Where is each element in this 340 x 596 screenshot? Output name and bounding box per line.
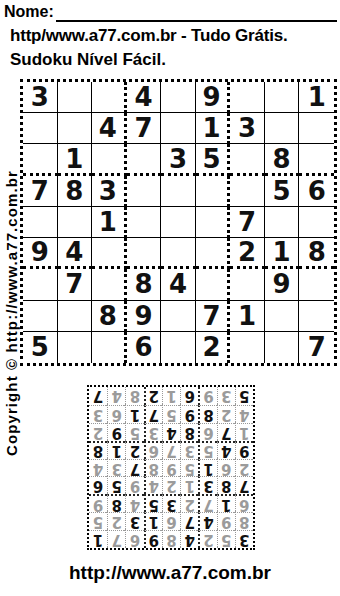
puzzle-cell-r6c1[interactable]: 9 bbox=[23, 238, 58, 269]
solution-cell-r1c2: 5 bbox=[217, 530, 235, 548]
solution-cell-r6c8: 1 bbox=[107, 441, 125, 459]
solution-cell-r8c3: 8 bbox=[198, 405, 216, 423]
footer-url: http://www.a77.com.br bbox=[0, 562, 340, 584]
puzzle-cell-r5c7[interactable]: 7 bbox=[230, 207, 265, 238]
puzzle-cell-r2c1[interactable] bbox=[23, 113, 58, 144]
puzzle-cell-r8c8[interactable] bbox=[265, 301, 300, 332]
solution-cell-r3c8: 8 bbox=[107, 494, 125, 512]
solution-cell-r7c9: 2 bbox=[89, 423, 107, 441]
solution-cell-r8c1: 4 bbox=[235, 405, 253, 423]
puzzle-cell-r8c4[interactable]: 9 bbox=[127, 301, 162, 332]
puzzle-cell-r4c4[interactable] bbox=[127, 176, 162, 207]
puzzle-cell-r6c4[interactable] bbox=[127, 238, 162, 269]
puzzle-cell-r9c7[interactable] bbox=[230, 332, 265, 363]
solution-cell-r2c9: 5 bbox=[89, 512, 107, 530]
solution-cell-r5c1: 2 bbox=[235, 459, 253, 477]
puzzle-cell-r3c1[interactable] bbox=[23, 144, 58, 175]
copyright-vertical-text: Copyright © http://www.a77.com.br bbox=[3, 170, 20, 456]
puzzle-cell-r9c8[interactable] bbox=[265, 332, 300, 363]
solution-cell-r6c9: 8 bbox=[89, 441, 107, 459]
puzzle-cell-r9c3[interactable] bbox=[92, 332, 127, 363]
solution-cell-r1c3: 2 bbox=[198, 530, 216, 548]
solution-cell-r3c5: 3 bbox=[162, 494, 180, 512]
solution-cell-r7c7: 5 bbox=[125, 423, 143, 441]
solution-cell-r2c8: 2 bbox=[107, 512, 125, 530]
puzzle-cell-r7c7[interactable] bbox=[230, 269, 265, 300]
name-field-row: Nome: bbox=[4, 2, 337, 22]
puzzle-cell-r7c5[interactable]: 4 bbox=[161, 269, 196, 300]
solution-cell-r4c7: 9 bbox=[125, 476, 143, 494]
solution-cell-r5c7: 7 bbox=[125, 459, 143, 477]
solution-cell-r5c8: 3 bbox=[107, 459, 125, 477]
solution-cell-r1c8: 7 bbox=[107, 530, 125, 548]
solution-cell-r6c7: 2 bbox=[125, 441, 143, 459]
puzzle-cell-r3c4[interactable] bbox=[127, 144, 162, 175]
solution-cell-r6c2: 4 bbox=[217, 441, 235, 459]
solution-cell-r3c3: 7 bbox=[198, 494, 216, 512]
solution-cell-r6c4: 3 bbox=[180, 441, 198, 459]
solution-cell-r6c6: 6 bbox=[144, 441, 162, 459]
solution-cell-r2c3: 4 bbox=[198, 512, 216, 530]
solution-cell-r4c3: 3 bbox=[198, 476, 216, 494]
solution-cell-r1c1: 3 bbox=[235, 530, 253, 548]
puzzle-cell-r4c5[interactable] bbox=[161, 176, 196, 207]
solution-cell-r7c2: 7 bbox=[217, 423, 235, 441]
sudoku-puzzle-grid: 349147131358783561794218784989715627 bbox=[20, 79, 337, 366]
puzzle-cell-r2c9[interactable] bbox=[299, 113, 334, 144]
puzzle-cell-r4c9[interactable]: 6 bbox=[299, 176, 334, 207]
puzzle-cell-r2c6[interactable]: 1 bbox=[196, 113, 231, 144]
solution-cell-r3c7: 4 bbox=[125, 494, 143, 512]
puzzle-cell-r5c6[interactable] bbox=[196, 207, 231, 238]
solution-cell-r5c5: 9 bbox=[162, 459, 180, 477]
puzzle-cell-r2c7[interactable]: 3 bbox=[230, 113, 265, 144]
puzzle-cell-r4c8[interactable]: 5 bbox=[265, 176, 300, 207]
solution-cell-r2c2: 9 bbox=[217, 512, 235, 530]
puzzle-cell-r1c2[interactable] bbox=[58, 82, 93, 113]
solution-cell-r3c2: 1 bbox=[217, 494, 235, 512]
puzzle-cell-r3c6[interactable]: 5 bbox=[196, 144, 231, 175]
puzzle-cell-r5c3[interactable]: 1 bbox=[92, 207, 127, 238]
puzzle-cell-r7c4[interactable]: 8 bbox=[127, 269, 162, 300]
puzzle-cell-r8c7[interactable]: 1 bbox=[230, 301, 265, 332]
solution-cell-r7c1: 1 bbox=[235, 423, 253, 441]
solution-cell-r9c5: 1 bbox=[162, 387, 180, 405]
solution-cell-r7c4: 8 bbox=[180, 423, 198, 441]
solution-cell-r5c4: 5 bbox=[180, 459, 198, 477]
puzzle-cell-r1c5[interactable] bbox=[161, 82, 196, 113]
solution-cell-r1c4: 4 bbox=[180, 530, 198, 548]
solution-cell-r8c4: 9 bbox=[180, 405, 198, 423]
puzzle-cell-r9c9[interactable]: 7 bbox=[299, 332, 334, 363]
puzzle-cell-r8c3[interactable]: 8 bbox=[92, 301, 127, 332]
solution-cell-r7c8: 9 bbox=[107, 423, 125, 441]
puzzle-cell-r7c2[interactable]: 7 bbox=[58, 269, 93, 300]
name-label: Nome: bbox=[4, 2, 54, 22]
solution-cell-r6c3: 5 bbox=[198, 441, 216, 459]
solution-cell-r5c2: 6 bbox=[217, 459, 235, 477]
solution-cell-r8c7: 1 bbox=[125, 405, 143, 423]
solution-cell-r3c1: 6 bbox=[235, 494, 253, 512]
solution-cell-r4c9: 6 bbox=[89, 476, 107, 494]
solution-cell-r2c6: 1 bbox=[144, 512, 162, 530]
puzzle-cell-r3c8[interactable]: 8 bbox=[265, 144, 300, 175]
puzzle-cell-r8c9[interactable] bbox=[299, 301, 334, 332]
puzzle-cell-r3c5[interactable]: 3 bbox=[161, 144, 196, 175]
solution-cell-r2c5: 6 bbox=[162, 512, 180, 530]
puzzle-cell-r2c3[interactable]: 4 bbox=[92, 113, 127, 144]
puzzle-cell-r6c7[interactable]: 2 bbox=[230, 238, 265, 269]
solution-cell-r9c7: 8 bbox=[125, 387, 143, 405]
solution-cell-r1c9: 1 bbox=[89, 530, 107, 548]
puzzle-cell-r6c9[interactable]: 8 bbox=[299, 238, 334, 269]
puzzle-cell-r5c9[interactable] bbox=[299, 207, 334, 238]
solution-cell-r1c7: 6 bbox=[125, 530, 143, 548]
puzzle-cell-r2c5[interactable] bbox=[161, 113, 196, 144]
solution-cell-r5c9: 4 bbox=[89, 459, 107, 477]
puzzle-cell-r2c4[interactable]: 7 bbox=[127, 113, 162, 144]
puzzle-cell-r5c4[interactable] bbox=[127, 207, 162, 238]
solution-cell-r1c5: 8 bbox=[162, 530, 180, 548]
solution-cell-r7c3: 6 bbox=[198, 423, 216, 441]
puzzle-cell-r6c3[interactable] bbox=[92, 238, 127, 269]
puzzle-cell-r1c6[interactable]: 9 bbox=[196, 82, 231, 113]
solution-cell-r5c6: 8 bbox=[144, 459, 162, 477]
puzzle-cell-r2c8[interactable] bbox=[265, 113, 300, 144]
solution-cell-r1c6: 9 bbox=[144, 530, 162, 548]
puzzle-cell-r4c2[interactable]: 8 bbox=[58, 176, 93, 207]
puzzle-cell-r9c4[interactable]: 6 bbox=[127, 332, 162, 363]
solution-cell-r2c7: 3 bbox=[125, 512, 143, 530]
puzzle-cell-r1c8[interactable] bbox=[265, 82, 300, 113]
puzzle-cell-r1c9[interactable]: 1 bbox=[299, 82, 334, 113]
solution-cell-r8c2: 2 bbox=[217, 405, 235, 423]
solution-cell-r4c6: 4 bbox=[144, 476, 162, 494]
solution-cell-r2c4: 7 bbox=[180, 512, 198, 530]
puzzle-cell-r8c2[interactable] bbox=[58, 301, 93, 332]
solution-cell-r4c4: 1 bbox=[180, 476, 198, 494]
puzzle-cell-r6c5[interactable] bbox=[161, 238, 196, 269]
puzzle-cell-r9c1[interactable]: 5 bbox=[23, 332, 58, 363]
solution-cell-r4c2: 8 bbox=[217, 476, 235, 494]
solution-cell-r9c9: 7 bbox=[89, 387, 107, 405]
solution-cell-r7c5: 4 bbox=[162, 423, 180, 441]
solution-cell-r3c4: 2 bbox=[180, 494, 198, 512]
solution-cell-r4c1: 7 bbox=[235, 476, 253, 494]
puzzle-cell-r3c3[interactable] bbox=[92, 144, 127, 175]
puzzle-cell-r9c6[interactable]: 2 bbox=[196, 332, 231, 363]
puzzle-cell-r7c8[interactable]: 9 bbox=[265, 269, 300, 300]
puzzle-cell-r5c8[interactable] bbox=[265, 207, 300, 238]
solution-cell-r9c6: 2 bbox=[144, 387, 162, 405]
solution-cell-r8c9: 3 bbox=[89, 405, 107, 423]
puzzle-cell-r2c2[interactable] bbox=[58, 113, 93, 144]
solution-cell-r8c5: 5 bbox=[162, 405, 180, 423]
puzzle-cell-r9c2[interactable] bbox=[58, 332, 93, 363]
sudoku-solution-grid-upside-down: 3524896718947613256172354897831249562615… bbox=[87, 385, 255, 550]
puzzle-level-subtitle: Sudoku Nível Fácil. bbox=[10, 50, 166, 70]
puzzle-cell-r6c2[interactable]: 4 bbox=[58, 238, 93, 269]
puzzle-cell-r8c6[interactable]: 7 bbox=[196, 301, 231, 332]
puzzle-cell-r3c9[interactable] bbox=[299, 144, 334, 175]
puzzle-cell-r1c4[interactable]: 4 bbox=[127, 82, 162, 113]
solution-cell-r9c4: 6 bbox=[180, 387, 198, 405]
puzzle-cell-r4c3[interactable]: 3 bbox=[92, 176, 127, 207]
puzzle-cell-r7c9[interactable] bbox=[299, 269, 334, 300]
puzzle-cell-r4c7[interactable] bbox=[230, 176, 265, 207]
solution-cell-r5c3: 1 bbox=[198, 459, 216, 477]
solution-cell-r8c6: 7 bbox=[144, 405, 162, 423]
solution-cell-r9c1: 5 bbox=[235, 387, 253, 405]
solution-cell-r6c1: 9 bbox=[235, 441, 253, 459]
solution-cell-r8c8: 6 bbox=[107, 405, 125, 423]
puzzle-cell-r6c6[interactable] bbox=[196, 238, 231, 269]
puzzle-cell-r7c3[interactable] bbox=[92, 269, 127, 300]
solution-cell-r6c5: 7 bbox=[162, 441, 180, 459]
solution-cell-r7c6: 3 bbox=[144, 423, 162, 441]
puzzle-cell-r1c3[interactable] bbox=[92, 82, 127, 113]
puzzle-cell-r1c1[interactable]: 3 bbox=[23, 82, 58, 113]
puzzle-cell-r5c1[interactable] bbox=[23, 207, 58, 238]
solution-cell-r2c1: 8 bbox=[235, 512, 253, 530]
solution-cell-r4c8: 5 bbox=[107, 476, 125, 494]
puzzle-cell-r7c6[interactable] bbox=[196, 269, 231, 300]
puzzle-cell-r3c2[interactable]: 1 bbox=[58, 144, 93, 175]
name-blank-line bbox=[56, 3, 337, 22]
puzzle-cell-r9c5[interactable] bbox=[161, 332, 196, 363]
puzzle-cell-r4c1[interactable]: 7 bbox=[23, 176, 58, 207]
puzzle-cell-r3c7[interactable] bbox=[230, 144, 265, 175]
solution-cell-r9c3: 9 bbox=[198, 387, 216, 405]
puzzle-cell-r8c1[interactable] bbox=[23, 301, 58, 332]
solution-cell-r9c8: 4 bbox=[107, 387, 125, 405]
solution-cell-r3c6: 5 bbox=[144, 494, 162, 512]
solution-cell-r3c9: 9 bbox=[89, 494, 107, 512]
puzzle-cell-r8c5[interactable] bbox=[161, 301, 196, 332]
puzzle-cell-r5c2[interactable] bbox=[58, 207, 93, 238]
puzzle-cell-r6c8[interactable]: 1 bbox=[265, 238, 300, 269]
puzzle-cell-r5c5[interactable] bbox=[161, 207, 196, 238]
puzzle-cell-r4c6[interactable] bbox=[196, 176, 231, 207]
page-title: http/www.a77.com.br - Tudo Grátis. bbox=[10, 26, 288, 46]
puzzle-cell-r1c7[interactable] bbox=[230, 82, 265, 113]
solution-cell-r9c2: 3 bbox=[217, 387, 235, 405]
solution-cell-r4c5: 2 bbox=[162, 476, 180, 494]
puzzle-cell-r7c1[interactable] bbox=[23, 269, 58, 300]
